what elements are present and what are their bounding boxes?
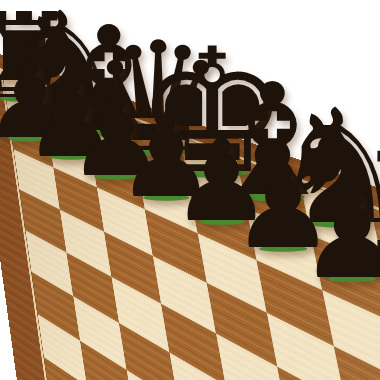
piece-g7-black-pawn: ♟ bbox=[299, 178, 380, 296]
piece-h7-black-pawn: ♟ bbox=[376, 210, 380, 330]
chess-photo-stage: ♜♞♝♛♚♝♞♜♟♟♟♟♟♟♟♟ bbox=[0, 0, 380, 380]
pieces-layer: ♜♞♝♛♚♝♞♜♟♟♟♟♟♟♟♟ bbox=[0, 0, 380, 380]
